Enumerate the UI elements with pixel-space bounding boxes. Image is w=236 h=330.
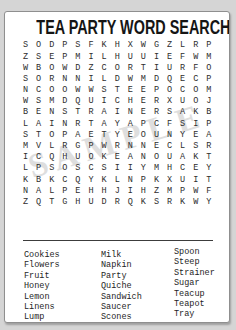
grid-cell: Y [111, 130, 124, 141]
grid-cell: I [124, 185, 137, 196]
word-list-item: Teacup [174, 289, 215, 299]
grid-cell: R [111, 197, 124, 208]
word-list-item: Fruit [24, 271, 101, 281]
grid-cell: W [84, 85, 97, 96]
grid-cell: E [137, 85, 150, 96]
grid-cell: S [32, 96, 45, 107]
grid-cell: E [111, 152, 124, 163]
grid-cell: G [150, 40, 163, 51]
word-list-item: Tray [174, 309, 215, 319]
grid-cell: K [19, 174, 32, 185]
grid-cell: B [19, 107, 32, 118]
grid-cell: A [32, 118, 45, 129]
grid-cell: X [163, 174, 176, 185]
grid-cell: E [137, 107, 150, 118]
word-list-item: Steep [174, 257, 215, 267]
grid-cell: H [111, 40, 124, 51]
grid-cell: N [163, 130, 176, 141]
grid-cell: E [150, 141, 163, 152]
grid-cell: L [45, 185, 58, 196]
grid-cell: H [137, 185, 150, 196]
grid-cell: I [124, 163, 137, 174]
grid-cell: S [189, 141, 202, 152]
grid-cell: K [98, 174, 111, 185]
grid-cell: O [137, 130, 150, 141]
grid-cell: S [58, 107, 71, 118]
grid-cell: C [176, 163, 189, 174]
grid-cell: C [84, 163, 97, 174]
grid-cell: C [189, 74, 202, 85]
grid-cell: U [84, 197, 97, 208]
grid-cell: P [32, 163, 45, 174]
grid-cell: F [176, 51, 189, 62]
grid-cell: O [58, 85, 71, 96]
grid-cell: Y [111, 118, 124, 129]
grid-cell: R [150, 96, 163, 107]
grid-cell: T [202, 174, 215, 185]
grid-cell: M [71, 51, 84, 62]
grid-cell: E [84, 130, 97, 141]
grid-cell: O [45, 130, 58, 141]
grid-cell: K [98, 40, 111, 51]
grid-cell: N [71, 74, 84, 85]
word-list-item: Milk [101, 250, 174, 260]
grid-cell: I [84, 51, 97, 62]
grid-cell: K [189, 152, 202, 163]
grid-cell: Q [124, 197, 137, 208]
word-list-item: Saucer [101, 302, 174, 312]
grid-cell: V [32, 141, 45, 152]
grid-cell: Q [45, 152, 58, 163]
grid-cell: A [176, 152, 189, 163]
grid-cell: U [137, 51, 150, 62]
grid-cell: P [202, 118, 215, 129]
grid-cell: S [176, 118, 189, 129]
grid-cell: A [98, 118, 111, 129]
grid-cell: P [58, 40, 71, 51]
grid-cell: R [45, 74, 58, 85]
grid-cell: R [150, 107, 163, 118]
grid-cell: Y [202, 163, 215, 174]
grid-cell: P [58, 185, 71, 196]
grid-cell: C [111, 96, 124, 107]
grid-cell: W [189, 197, 202, 208]
word-list-item: Sugar [174, 278, 215, 288]
grid-cell: K [98, 152, 111, 163]
grid-cell: R [176, 62, 189, 73]
grid-cell: O [45, 85, 58, 96]
grid-cell: U [84, 96, 97, 107]
grid-cell: O [84, 152, 97, 163]
grid-cell: L [45, 141, 58, 152]
grid-cell: F [84, 40, 97, 51]
grid-cell: L [176, 141, 189, 152]
grid-cell: A [32, 185, 45, 196]
grid-cell: I [111, 107, 124, 118]
grid-cell: F [189, 62, 202, 73]
grid-cell: T [98, 130, 111, 141]
grid-cell: P [137, 118, 150, 129]
grid-cell: D [111, 74, 124, 85]
grid-cell: G [58, 197, 71, 208]
grid-cell: S [71, 40, 84, 51]
grid-cell: R [84, 107, 97, 118]
grid-cell: I [150, 51, 163, 62]
grid-cell: M [202, 51, 215, 62]
grid-cell: Z [150, 185, 163, 196]
grid-cell: W [58, 62, 71, 73]
grid-cell: S [45, 163, 58, 174]
grid-cell: O [45, 62, 58, 73]
grid-cell: E [124, 130, 137, 141]
word-list-item: Lump [24, 312, 101, 322]
grid-cell: L [98, 74, 111, 85]
grid-cell: K [176, 197, 189, 208]
grid-cell: U [176, 174, 189, 185]
word-list-item: Napkin [101, 260, 174, 270]
grid-cell: N [58, 74, 71, 85]
word-list-column: CookiesFlowersFruitHoneyLemonLinensLump [24, 250, 101, 323]
grid-cell: N [58, 118, 71, 129]
grid-cell: R [71, 118, 84, 129]
grid-cell: J [111, 185, 124, 196]
grid-cell: C [163, 141, 176, 152]
grid-cell: H [84, 185, 97, 196]
word-list-item: Quiche [101, 281, 174, 291]
grid-cell: I [150, 62, 163, 73]
grid-cell: U [71, 152, 84, 163]
grid-cell: E [176, 74, 189, 85]
word-list-item: Scones [101, 312, 174, 322]
grid-cell: P [58, 51, 71, 62]
grid-cell: O [189, 85, 202, 96]
word-list-item: Flowers [24, 260, 101, 270]
grid-cell: J [202, 96, 215, 107]
grid-cell: Z [163, 40, 176, 51]
grid-cell: K [137, 197, 150, 208]
grid-cell: I [189, 118, 202, 129]
grid-cell: S [98, 163, 111, 174]
grid-cell: O [202, 62, 215, 73]
grid-cell: O [32, 40, 45, 51]
word-list-item: Linens [24, 302, 101, 312]
grid-cell: D [71, 62, 84, 73]
word-list-column: SpoonSteepStrainerSugarTeacupTeapotTray [174, 247, 215, 323]
grid-cell: N [124, 141, 137, 152]
grid-cell: I [111, 163, 124, 174]
grid-cell: N [19, 185, 32, 196]
grid-cell: I [19, 152, 32, 163]
grid-cell: D [98, 197, 111, 208]
grid-cell: I [84, 74, 97, 85]
grid-cell: Z [19, 51, 32, 62]
grid-cell: N [137, 141, 150, 152]
grid-cell: E [189, 130, 202, 141]
grid-cell: D [58, 96, 71, 107]
divider-line [23, 240, 213, 241]
word-list-column: MilkNapkinPartyQuicheSandwichSaucerScone… [101, 250, 174, 323]
grid-cell: C [176, 85, 189, 96]
grid-cell: H [124, 96, 137, 107]
grid-cell: B [32, 62, 45, 73]
grid-cell: M [163, 185, 176, 196]
grid-cell: U [124, 51, 137, 62]
grid-cell: U [163, 152, 176, 163]
grid-cell: P [202, 74, 215, 85]
grid-cell: K [45, 174, 58, 185]
grid-cell: C [58, 174, 71, 185]
grid-cell: Y [84, 174, 97, 185]
grid-cell: I [45, 118, 58, 129]
grid-cell: N [45, 107, 58, 118]
grid-cell: E [189, 163, 202, 174]
grid-cell: K [189, 107, 202, 118]
grid-cell: X [163, 96, 176, 107]
grid-cell: S [32, 51, 45, 62]
grid-cell: R [124, 62, 137, 73]
grid-cell: S [19, 130, 32, 141]
puzzle-card: TEA PARTY WORD SEARCH SAMPLE SODPSFKHXWG… [4, 11, 230, 323]
grid-cell: R [189, 40, 202, 51]
grid-cell: E [71, 185, 84, 196]
grid-cell: R [58, 141, 71, 152]
grid-cell: M [150, 163, 163, 174]
grid-cell: B [202, 107, 215, 118]
grid-cell: R [163, 197, 176, 208]
grid-cell: T [202, 152, 215, 163]
grid-cell: C [32, 85, 45, 96]
grid-cell: S [150, 197, 163, 208]
grid-cell: W [19, 62, 32, 73]
grid-cell: N [137, 152, 150, 163]
grid-cell: O [150, 152, 163, 163]
grid-cell: C [98, 62, 111, 73]
grid-cell: X [124, 40, 137, 51]
word-list-item: Teapot [174, 299, 215, 309]
grid-cell: R [111, 141, 124, 152]
word-list-item: Sandwich [101, 292, 174, 302]
grid-cell: Y [176, 130, 189, 141]
grid-cell: P [150, 85, 163, 96]
grid-cell: A [176, 107, 189, 118]
grid-cell: A [98, 107, 111, 118]
grid-cell: B [32, 174, 45, 185]
grid-cell: W [189, 185, 202, 196]
grid-cell: E [124, 85, 137, 96]
grid-cell: H [111, 51, 124, 62]
grid-cell: P [58, 130, 71, 141]
grid-cell: A [124, 152, 137, 163]
grid-cell: Q [32, 197, 45, 208]
grid-cell: W [98, 141, 111, 152]
grid-cell: Y [137, 163, 150, 174]
word-list-item: Honey [24, 281, 101, 291]
grid-cell: N [124, 174, 137, 185]
letter-grid: SODPSFKHXWGZLRPZSEPMILHUUIEFWMWBOWDZCORT… [19, 40, 215, 208]
grid-cell: W [137, 40, 150, 51]
grid-cell: E [45, 51, 58, 62]
grid-cell: O [189, 96, 202, 107]
grid-cell: W [124, 74, 137, 85]
grid-cell: O [111, 62, 124, 73]
grid-cell: U [150, 130, 163, 141]
grid-cell: S [71, 163, 84, 174]
grid-cell: P [202, 40, 215, 51]
grid-cell: H [163, 163, 176, 174]
grid-cell: W [189, 51, 202, 62]
grid-cell: H [98, 185, 111, 196]
word-list-item: Lemon [24, 292, 101, 302]
grid-cell: L [19, 163, 32, 174]
grid-cell: N [19, 85, 32, 96]
grid-cell: O [58, 163, 71, 174]
page-background: TEA PARTY WORD SEARCH SAMPLE SODPSFKHXWG… [0, 0, 236, 330]
grid-cell: O [163, 85, 176, 96]
grid-cell: H [71, 197, 84, 208]
grid-cell: M [19, 141, 32, 152]
grid-cell: E [32, 107, 45, 118]
grid-cell: T [111, 85, 124, 96]
grid-cell: U [176, 96, 189, 107]
grid-cell: R [202, 141, 215, 152]
grid-cell: T [137, 62, 150, 73]
grid-cell: A [71, 130, 84, 141]
grid-cell: A [124, 118, 137, 129]
grid-cell: P [176, 185, 189, 196]
grid-cell: G [71, 141, 84, 152]
grid-cell: W [19, 96, 32, 107]
grid-cell: D [45, 40, 58, 51]
grid-cell: P [137, 174, 150, 185]
grid-cell: M [45, 96, 58, 107]
word-list-item: Cookies [24, 250, 101, 260]
grid-cell: Y [202, 197, 215, 208]
grid-cell: F [163, 118, 176, 129]
grid-cell: Q [71, 96, 84, 107]
grid-cell: H [58, 152, 71, 163]
grid-cell: S [19, 40, 32, 51]
grid-cell: P [84, 141, 97, 152]
grid-cell: U [163, 62, 176, 73]
word-list-item: Strainer [174, 268, 215, 278]
grid-cell: Q [71, 174, 84, 185]
grid-cell: L [98, 51, 111, 62]
grid-cell: C [32, 152, 45, 163]
word-list-item: Party [101, 271, 174, 281]
word-list: CookiesFlowersFruitHoneyLemonLinensLumpM… [24, 250, 224, 323]
grid-cell: M [202, 85, 215, 96]
grid-cell: W [71, 85, 84, 96]
grid-cell: I [189, 174, 202, 185]
grid-cell: T [45, 197, 58, 208]
grid-cell: A [202, 130, 215, 141]
grid-cell: C [150, 118, 163, 129]
puzzle-title: TEA PARTY WORD SEARCH [36, 16, 197, 39]
grid-cell: O [32, 74, 45, 85]
word-list-item: Spoon [174, 247, 215, 257]
grid-cell: L [176, 40, 189, 51]
grid-cell: M [137, 74, 150, 85]
grid-cell: Z [19, 197, 32, 208]
grid-cell: E [163, 51, 176, 62]
grid-cell: Z [84, 62, 97, 73]
grid-cell: L [19, 118, 32, 129]
grid-cell: F [202, 185, 215, 196]
grid-cell: E [137, 96, 150, 107]
grid-cell: D [150, 74, 163, 85]
grid-cell: T [32, 130, 45, 141]
grid-cell: L [111, 174, 124, 185]
grid-cell: S [98, 85, 111, 96]
grid-cell: N [124, 107, 137, 118]
grid-cell: T [71, 107, 84, 118]
grid-cell: S [19, 74, 32, 85]
grid-cell: I [98, 96, 111, 107]
grid-cell: S [163, 107, 176, 118]
grid-cell: T [84, 118, 97, 129]
grid-cell: Q [163, 74, 176, 85]
grid-cell: K [150, 174, 163, 185]
